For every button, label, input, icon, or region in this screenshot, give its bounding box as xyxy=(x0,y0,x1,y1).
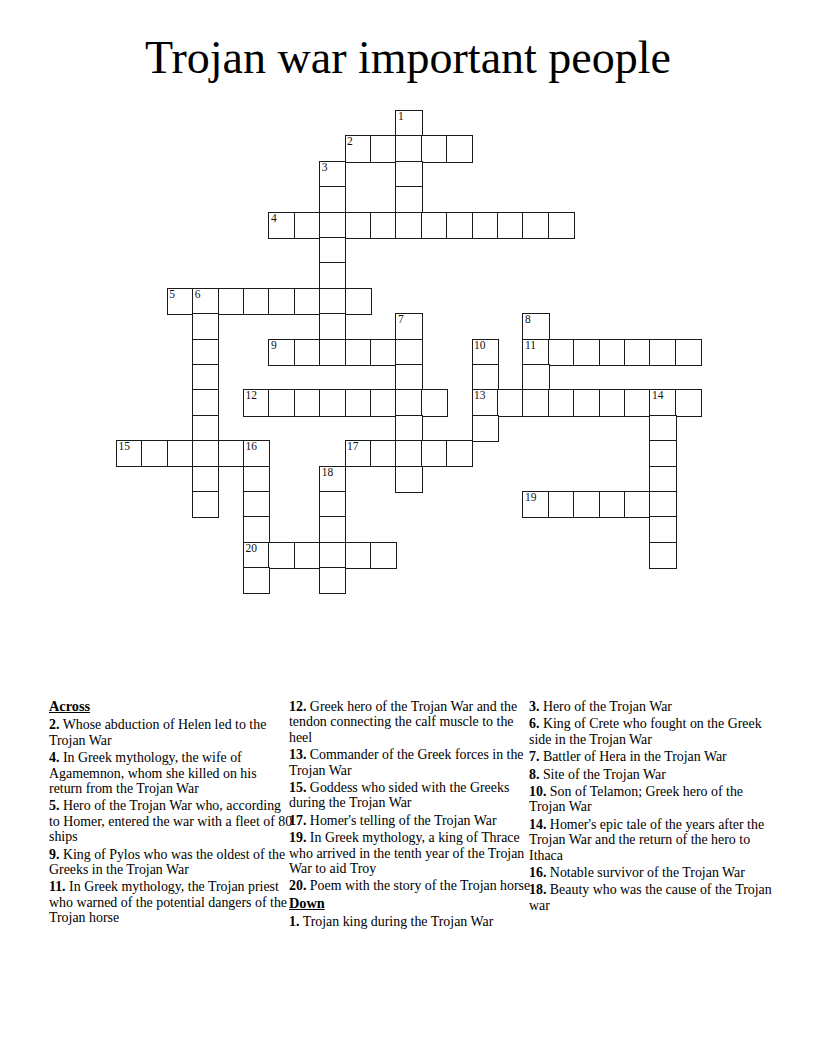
clue-item: 6. King of Crete who fought on the Greek… xyxy=(529,716,773,747)
grid-cell[interactable]: 11 xyxy=(522,339,549,366)
grid-cell[interactable] xyxy=(319,542,346,569)
grid-cell[interactable] xyxy=(446,212,473,239)
grid-cell[interactable] xyxy=(548,212,575,239)
grid-cell[interactable] xyxy=(421,440,448,467)
grid-cell[interactable] xyxy=(319,212,346,239)
clue-item-number: 6. xyxy=(529,716,539,731)
grid-cell[interactable] xyxy=(522,389,549,416)
grid-cell[interactable] xyxy=(294,288,321,315)
grid-cell[interactable] xyxy=(294,542,321,569)
clue-number-label: 2 xyxy=(347,136,353,147)
clue-number-label: 10 xyxy=(474,340,486,351)
grid-cell[interactable] xyxy=(395,466,422,493)
clue-item: 4. In Greek mythology, the wife of Agame… xyxy=(49,750,293,796)
clue-item: 15. Goddess who sided with the Greeks du… xyxy=(289,780,533,811)
grid-cell[interactable] xyxy=(345,389,372,416)
clue-number-label: 20 xyxy=(246,543,258,554)
grid-cell[interactable]: 16 xyxy=(243,440,270,467)
grid-cell[interactable]: 20 xyxy=(243,542,270,569)
grid-cell[interactable] xyxy=(218,288,245,315)
clue-number-label: 17 xyxy=(347,441,359,452)
grid-cell[interactable] xyxy=(268,389,295,416)
grid-cell[interactable]: 8 xyxy=(522,313,549,340)
grid-cell[interactable]: 15 xyxy=(116,440,143,467)
grid-cell[interactable] xyxy=(319,567,346,594)
grid-cell[interactable] xyxy=(243,466,270,493)
grid-cell[interactable] xyxy=(599,339,626,366)
clue-item-number: 14. xyxy=(529,817,546,832)
grid-cell[interactable]: 3 xyxy=(319,161,346,188)
grid-cell[interactable] xyxy=(268,542,295,569)
grid-cell[interactable] xyxy=(243,288,270,315)
grid-cell[interactable] xyxy=(472,415,499,442)
grid-cell[interactable] xyxy=(446,135,473,162)
grid-cell[interactable] xyxy=(548,491,575,518)
grid-cell[interactable] xyxy=(649,542,676,569)
grid-cell[interactable] xyxy=(421,135,448,162)
grid-cell[interactable] xyxy=(649,516,676,543)
grid-cell[interactable] xyxy=(649,440,676,467)
grid-cell[interactable] xyxy=(370,389,397,416)
clue-item: 19. In Greek mythology, a king of Thrace… xyxy=(289,830,533,876)
clue-number-label: 4 xyxy=(271,213,277,224)
grid-cell[interactable] xyxy=(395,212,422,239)
grid-cell[interactable] xyxy=(370,440,397,467)
grid-cell[interactable]: 18 xyxy=(319,466,346,493)
grid-cell[interactable] xyxy=(395,415,422,442)
clue-number-label: 19 xyxy=(525,492,537,503)
grid-cell[interactable] xyxy=(243,491,270,518)
clue-item-number: 2. xyxy=(49,717,59,732)
grid-cell[interactable] xyxy=(472,212,499,239)
clue-item: 7. Battler of Hera in the Trojan War xyxy=(529,749,773,764)
grid-cell[interactable] xyxy=(649,466,676,493)
grid-cell[interactable] xyxy=(345,212,372,239)
clue-number-label: 16 xyxy=(246,441,258,452)
grid-cell[interactable]: 19 xyxy=(522,491,549,518)
grid-cell[interactable]: 10 xyxy=(472,339,499,366)
grid-cell[interactable] xyxy=(675,389,702,416)
grid-cell[interactable] xyxy=(370,542,397,569)
grid-cell[interactable] xyxy=(268,288,295,315)
grid-cell[interactable] xyxy=(548,389,575,416)
grid-cell[interactable] xyxy=(319,237,346,264)
grid-cell[interactable] xyxy=(522,364,549,391)
grid-cell[interactable] xyxy=(395,389,422,416)
grid-cell[interactable] xyxy=(345,542,372,569)
clue-item: 20. Poem with the story of the Trojan ho… xyxy=(289,878,533,893)
grid-cell[interactable]: 4 xyxy=(268,212,295,239)
grid-cell[interactable] xyxy=(192,339,219,366)
clue-item: 16. Notable survivor of the Trojan War xyxy=(529,865,773,880)
clue-number-label: 12 xyxy=(246,390,258,401)
grid-cell[interactable] xyxy=(370,135,397,162)
grid-cell[interactable] xyxy=(167,440,194,467)
clue-list-header-down: Down xyxy=(289,896,533,911)
grid-cell[interactable] xyxy=(548,339,575,366)
clue-item: 10. Son of Telamon; Greek hero of the Tr… xyxy=(529,784,773,815)
grid-cell[interactable] xyxy=(624,389,651,416)
grid-cell[interactable] xyxy=(497,212,524,239)
grid-cell[interactable] xyxy=(421,389,448,416)
grid-cell[interactable] xyxy=(319,491,346,518)
grid-cell[interactable] xyxy=(218,440,245,467)
grid-cell[interactable] xyxy=(243,516,270,543)
grid-cell[interactable] xyxy=(192,440,219,467)
grid-cell[interactable] xyxy=(649,415,676,442)
grid-cell[interactable] xyxy=(294,339,321,366)
clue-item: 8. Site of the Trojan War xyxy=(529,767,773,782)
grid-cell[interactable] xyxy=(345,339,372,366)
grid-cell[interactable] xyxy=(345,288,372,315)
grid-cell[interactable]: 14 xyxy=(649,389,676,416)
grid-cell[interactable]: 6 xyxy=(192,288,219,315)
grid-cell[interactable] xyxy=(192,415,219,442)
clue-number-label: 9 xyxy=(271,340,277,351)
grid-cell[interactable] xyxy=(319,516,346,543)
clue-number-label: 6 xyxy=(195,289,201,300)
clue-item: 12. Greek hero of the Trojan War and the… xyxy=(289,699,533,745)
clue-item: 11. In Greek mythology, the Trojan pries… xyxy=(49,879,293,925)
clue-item: 13. Commander of the Greek forces in the… xyxy=(289,747,533,778)
grid-cell[interactable] xyxy=(395,440,422,467)
grid-cell[interactable] xyxy=(243,567,270,594)
grid-cell[interactable] xyxy=(472,364,499,391)
clue-number-label: 15 xyxy=(119,441,131,452)
grid-cell[interactable] xyxy=(192,364,219,391)
grid-cell[interactable] xyxy=(649,339,676,366)
clue-item: 17. Homer's telling of the Trojan War xyxy=(289,813,533,828)
grid-cell[interactable] xyxy=(192,389,219,416)
clue-number-label: 18 xyxy=(322,467,334,478)
clue-item-number: 4. xyxy=(49,750,59,765)
clue-number-label: 13 xyxy=(474,390,486,401)
grid-cell[interactable] xyxy=(573,491,600,518)
grid-cell[interactable] xyxy=(370,212,397,239)
grid-cell[interactable] xyxy=(497,389,524,416)
grid-cell[interactable] xyxy=(192,491,219,518)
grid-cell[interactable] xyxy=(395,161,422,188)
clue-number-label: 8 xyxy=(525,314,531,325)
clue-number-label: 5 xyxy=(169,289,175,300)
grid-cell[interactable]: 17 xyxy=(345,440,372,467)
clue-item: 14. Homer's epic tale of the years after… xyxy=(529,817,773,863)
clue-item-number: 7. xyxy=(529,749,539,764)
grid-cell[interactable] xyxy=(319,186,346,213)
clue-item-number: 13. xyxy=(289,747,306,762)
grid-cell[interactable] xyxy=(141,440,168,467)
grid-cell[interactable]: 5 xyxy=(167,288,194,315)
clue-number-label: 3 xyxy=(322,162,328,173)
clue-item-number: 11. xyxy=(49,879,66,894)
clue-number-label: 11 xyxy=(525,340,536,351)
grid-cell[interactable]: 13 xyxy=(472,389,499,416)
clue-column-right: 3. Hero of the Trojan War6. King of Cret… xyxy=(529,699,773,915)
grid-cell[interactable] xyxy=(573,389,600,416)
grid-cell[interactable] xyxy=(395,135,422,162)
grid-cell[interactable] xyxy=(319,389,346,416)
grid-cell[interactable]: 1 xyxy=(395,110,422,137)
grid-cell[interactable] xyxy=(319,262,346,289)
clue-item-number: 9. xyxy=(49,847,59,862)
grid-cell[interactable] xyxy=(319,288,346,315)
clue-item-number: 1. xyxy=(289,914,299,929)
grid-cell[interactable] xyxy=(395,339,422,366)
grid-cell[interactable] xyxy=(573,339,600,366)
clue-item-number: 18. xyxy=(529,882,546,897)
grid-cell[interactable]: 2 xyxy=(345,135,372,162)
clue-item-number: 17. xyxy=(289,813,306,828)
clue-item: 2. Whose abduction of Helen led to the T… xyxy=(49,717,293,748)
clue-column-left: Across2. Whose abduction of Helen led to… xyxy=(49,699,293,928)
grid-cell[interactable] xyxy=(599,491,626,518)
clue-number-label: 7 xyxy=(398,314,404,325)
grid-cell[interactable] xyxy=(294,389,321,416)
grid-cell[interactable] xyxy=(395,364,422,391)
clue-item: 9. King of Pylos who was the oldest of t… xyxy=(49,847,293,878)
grid-cell[interactable] xyxy=(649,491,676,518)
clue-item: 3. Hero of the Trojan War xyxy=(529,699,773,714)
clue-column-middle: 12. Greek hero of the Trojan War and the… xyxy=(289,699,533,932)
grid-cell[interactable] xyxy=(192,313,219,340)
grid-cell[interactable] xyxy=(599,389,626,416)
clue-item-number: 15. xyxy=(289,780,306,795)
grid-cell[interactable] xyxy=(319,339,346,366)
grid-cell[interactable] xyxy=(395,186,422,213)
grid-cell[interactable] xyxy=(421,212,448,239)
clue-item-number: 3. xyxy=(529,699,539,714)
clue-item-number: 19. xyxy=(289,830,306,845)
grid-cell[interactable] xyxy=(294,212,321,239)
clue-item-number: 12. xyxy=(289,699,306,714)
grid-cell[interactable] xyxy=(522,212,549,239)
grid-cell[interactable]: 7 xyxy=(395,313,422,340)
grid-cell[interactable] xyxy=(370,339,397,366)
grid-cell[interactable] xyxy=(624,339,651,366)
grid-cell[interactable] xyxy=(624,491,651,518)
grid-cell[interactable] xyxy=(446,440,473,467)
grid-cell[interactable]: 9 xyxy=(268,339,295,366)
grid-cell[interactable] xyxy=(192,466,219,493)
grid-cell[interactable]: 12 xyxy=(243,389,270,416)
clue-item-number: 5. xyxy=(49,798,59,813)
crossword-grid: 1234567891011121314151617181920 xyxy=(116,110,701,593)
clue-item: 1. Trojan king during the Trojan War xyxy=(289,914,533,929)
clue-item-number: 8. xyxy=(529,767,539,782)
clue-number-label: 1 xyxy=(398,111,404,122)
grid-cell[interactable] xyxy=(319,313,346,340)
clue-number-label: 14 xyxy=(652,390,664,401)
page-title: Trojan war important people xyxy=(0,33,816,84)
clue-item-number: 10. xyxy=(529,784,546,799)
clue-item-number: 20. xyxy=(289,878,306,893)
clue-item: 5. Hero of the Trojan War who, according… xyxy=(49,798,293,844)
clue-item-number: 16. xyxy=(529,865,546,880)
clue-list-header-across: Across xyxy=(49,699,293,714)
clue-item: 18. Beauty who was the cause of the Troj… xyxy=(529,882,773,913)
grid-cell[interactable] xyxy=(675,339,702,366)
